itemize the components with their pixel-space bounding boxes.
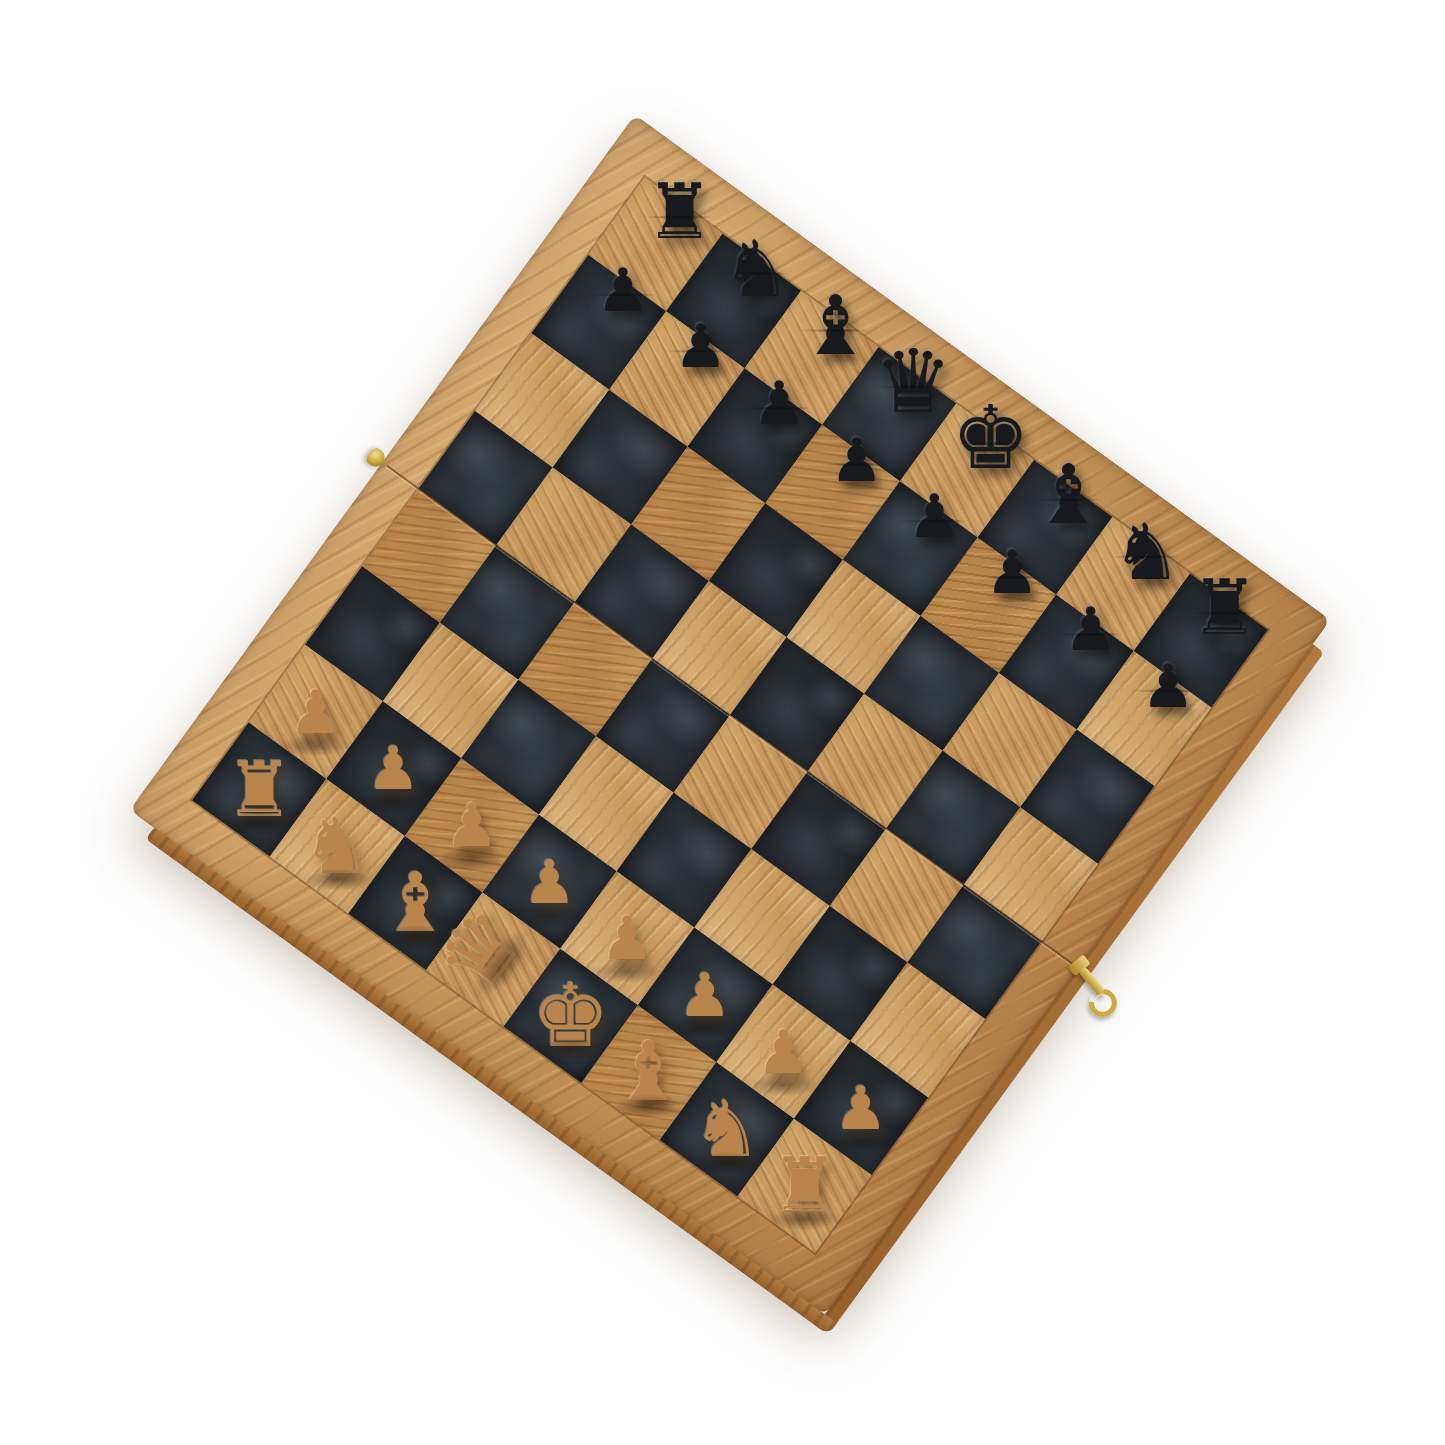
piece-black-pawn: ♟: [730, 395, 826, 410]
latch-hook: [1083, 983, 1122, 1022]
piece-black-pawn: ♟: [964, 565, 1060, 580]
piece-black-pawn: ♟: [808, 452, 904, 467]
piece-black-pawn: ♟: [886, 508, 982, 523]
square-h1: ♜: [737, 1118, 871, 1252]
piece-black-rook: ♜: [631, 204, 727, 219]
piece-white-rook: ♜: [756, 1137, 852, 1233]
piece-black-queen: ♛: [865, 374, 961, 389]
piece-black-bishop: ♝: [1021, 487, 1117, 502]
piece-black-pawn: ♟: [1042, 621, 1138, 636]
scene: ♜♞♝♛♚♝♞♜♟♟♟♟♟♟♟♟♟♟♟♟♟♟♟♟♜♞♝♛♚♝♞♜: [0, 0, 1445, 1445]
piece-black-bishop: ♝: [787, 317, 883, 332]
piece-black-king: ♚: [943, 430, 1039, 445]
piece-black-knight: ♞: [709, 261, 805, 276]
piece-black-pawn: ♟: [575, 282, 671, 297]
chess-board: ♜♞♝♛♚♝♞♜♟♟♟♟♟♟♟♟♟♟♟♟♟♟♟♟♜♞♝♛♚♝♞♜: [129, 114, 1330, 1315]
brass-hinge-pin-icon: [364, 446, 388, 471]
piece-black-rook: ♜: [1176, 600, 1272, 615]
piece-black-pawn: ♟: [653, 339, 749, 354]
piece-black-knight: ♞: [1098, 544, 1194, 559]
piece-black-pawn: ♟: [1120, 678, 1216, 693]
